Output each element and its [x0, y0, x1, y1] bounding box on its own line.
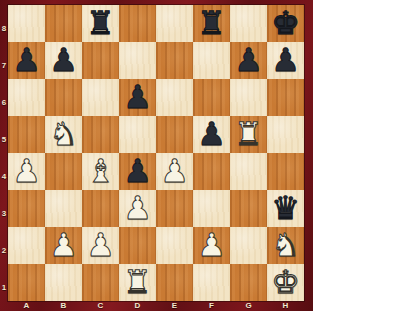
square-f4[interactable]	[193, 153, 230, 190]
square-d7[interactable]	[119, 42, 156, 79]
black-pawn-f5[interactable]: ♟	[193, 116, 230, 153]
black-pawn-g7[interactable]: ♟	[230, 42, 267, 79]
file-label-f: F	[193, 300, 230, 311]
square-d4[interactable]: ♟	[119, 153, 156, 190]
chess-board-grid: ♜♜♚♟♟♟♟♟♞♟♜♟♝♟♟♟♛♟♟♟♞♜♚	[8, 5, 304, 301]
rank-label-1: 1	[0, 264, 8, 301]
square-d8[interactable]	[119, 5, 156, 42]
file-labels: ABCDEFGH	[8, 300, 304, 311]
black-pawn-h7[interactable]: ♟	[267, 42, 304, 79]
square-e2[interactable]	[156, 227, 193, 264]
square-g2[interactable]	[230, 227, 267, 264]
file-label-a: A	[8, 300, 45, 311]
white-knight-b5[interactable]: ♞	[45, 116, 82, 153]
file-label-e: E	[156, 300, 193, 311]
rank-labels: 87654321	[0, 5, 8, 301]
square-g8[interactable]	[230, 5, 267, 42]
white-pawn-b2[interactable]: ♟	[45, 227, 82, 264]
square-c7[interactable]	[82, 42, 119, 79]
white-pawn-e4[interactable]: ♟	[156, 153, 193, 190]
square-b6[interactable]	[45, 79, 82, 116]
square-e4[interactable]: ♟	[156, 153, 193, 190]
square-h5[interactable]	[267, 116, 304, 153]
square-f1[interactable]	[193, 264, 230, 301]
black-pawn-d4[interactable]: ♟	[119, 153, 156, 190]
square-g7[interactable]: ♟	[230, 42, 267, 79]
square-b5[interactable]: ♞	[45, 116, 82, 153]
file-label-g: G	[230, 300, 267, 311]
square-g3[interactable]	[230, 190, 267, 227]
white-bishop-c4[interactable]: ♝	[82, 153, 119, 190]
file-label-h: H	[267, 300, 304, 311]
square-c6[interactable]	[82, 79, 119, 116]
square-g5[interactable]: ♜	[230, 116, 267, 153]
black-rook-c8[interactable]: ♜	[82, 5, 119, 42]
black-pawn-b7[interactable]: ♟	[45, 42, 82, 79]
square-c2[interactable]: ♟	[82, 227, 119, 264]
square-f3[interactable]	[193, 190, 230, 227]
square-h3[interactable]: ♛	[267, 190, 304, 227]
rank-label-5: 5	[0, 116, 8, 153]
white-pawn-f2[interactable]: ♟	[193, 227, 230, 264]
square-e1[interactable]	[156, 264, 193, 301]
rank-label-3: 3	[0, 190, 8, 227]
square-c4[interactable]: ♝	[82, 153, 119, 190]
square-f2[interactable]: ♟	[193, 227, 230, 264]
square-g4[interactable]	[230, 153, 267, 190]
square-e5[interactable]	[156, 116, 193, 153]
square-g6[interactable]	[230, 79, 267, 116]
square-c1[interactable]	[82, 264, 119, 301]
square-f8[interactable]: ♜	[193, 5, 230, 42]
black-queen-h3[interactable]: ♛	[267, 190, 304, 227]
white-pawn-a4[interactable]: ♟	[8, 153, 45, 190]
square-d3[interactable]: ♟	[119, 190, 156, 227]
square-e8[interactable]	[156, 5, 193, 42]
rank-label-8: 8	[0, 5, 8, 42]
square-a1[interactable]	[8, 264, 45, 301]
white-rook-d1[interactable]: ♜	[119, 264, 156, 301]
file-label-b: B	[45, 300, 82, 311]
square-b8[interactable]	[45, 5, 82, 42]
square-h6[interactable]	[267, 79, 304, 116]
square-f7[interactable]	[193, 42, 230, 79]
white-knight-h2[interactable]: ♞	[267, 227, 304, 264]
square-b7[interactable]: ♟	[45, 42, 82, 79]
square-e3[interactable]	[156, 190, 193, 227]
black-king-h8[interactable]: ♚	[267, 5, 304, 42]
square-d2[interactable]	[119, 227, 156, 264]
square-d6[interactable]: ♟	[119, 79, 156, 116]
black-rook-f8[interactable]: ♜	[193, 5, 230, 42]
square-f5[interactable]: ♟	[193, 116, 230, 153]
rank-label-6: 6	[0, 79, 8, 116]
rank-label-7: 7	[0, 42, 8, 79]
black-pawn-a7[interactable]: ♟	[8, 42, 45, 79]
square-b4[interactable]	[45, 153, 82, 190]
square-a5[interactable]	[8, 116, 45, 153]
black-pawn-d6[interactable]: ♟	[119, 79, 156, 116]
rank-label-4: 4	[0, 153, 8, 190]
rank-label-2: 2	[0, 227, 8, 264]
square-c8[interactable]: ♜	[82, 5, 119, 42]
square-b2[interactable]: ♟	[45, 227, 82, 264]
square-h2[interactable]: ♞	[267, 227, 304, 264]
square-a3[interactable]	[8, 190, 45, 227]
square-c3[interactable]	[82, 190, 119, 227]
square-a7[interactable]: ♟	[8, 42, 45, 79]
white-king-h1[interactable]: ♚	[267, 264, 304, 301]
square-g1[interactable]	[230, 264, 267, 301]
square-b3[interactable]	[45, 190, 82, 227]
square-a6[interactable]	[8, 79, 45, 116]
file-label-d: D	[119, 300, 156, 311]
square-d1[interactable]: ♜	[119, 264, 156, 301]
square-a4[interactable]: ♟	[8, 153, 45, 190]
square-b1[interactable]	[45, 264, 82, 301]
square-h4[interactable]	[267, 153, 304, 190]
square-e7[interactable]	[156, 42, 193, 79]
square-f6[interactable]	[193, 79, 230, 116]
square-a2[interactable]	[8, 227, 45, 264]
square-d5[interactable]	[119, 116, 156, 153]
square-a8[interactable]	[8, 5, 45, 42]
white-pawn-c2[interactable]: ♟	[82, 227, 119, 264]
chess-board: 87654321 ♜♜♚♟♟♟♟♟♞♟♜♟♝♟♟♟♛♟♟♟♞♜♚ ABCDEFG…	[0, 0, 313, 311]
square-c5[interactable]	[82, 116, 119, 153]
square-h8[interactable]: ♚	[267, 5, 304, 42]
white-rook-g5[interactable]: ♜	[230, 116, 267, 153]
white-pawn-d3[interactable]: ♟	[119, 190, 156, 227]
square-h7[interactable]: ♟	[267, 42, 304, 79]
square-e6[interactable]	[156, 79, 193, 116]
file-label-c: C	[82, 300, 119, 311]
square-h1[interactable]: ♚	[267, 264, 304, 301]
